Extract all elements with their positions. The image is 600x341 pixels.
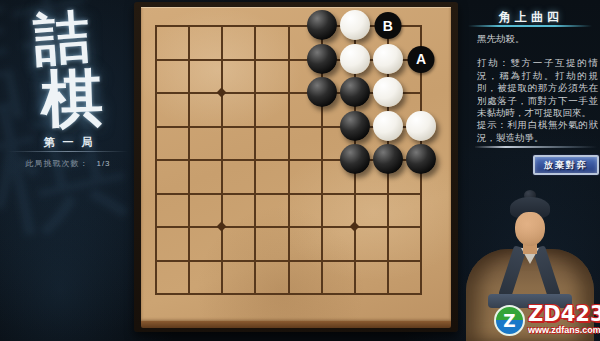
left-divider [8,151,128,152]
star-point [217,222,227,232]
attempts-counter: 此局挑戰次數：1/3 [0,158,136,169]
logo-char-2: 棋 [3,66,141,133]
white-stone [373,111,403,141]
white-stone [406,111,436,141]
black-stone [373,144,403,174]
portrait-face [515,212,545,246]
puzzle-title: 角上曲四 [458,9,600,26]
white-stone [340,10,370,40]
title-underline [468,25,592,27]
black-stone [340,77,370,107]
white-stone [373,77,403,107]
game-logo: 詰 棋 [0,6,136,130]
grid-line-horizontal [155,193,422,195]
go-puzzle-screen: 詰棋 詰 棋 第一局 此局挑戰次數：1/3 BA 角上曲四 黑先劫殺。 打劫：雙… [0,0,600,341]
grid-line-horizontal [155,226,422,228]
round-label: 第一局 [0,135,136,150]
watermark: Z ZD423 www.zdfans.com [494,302,600,340]
watermark-url: www.zdfans.com [528,325,600,335]
panel-divider [475,146,597,148]
right-panel: 角上曲四 黑先劫殺。 打劫：雙方一子互提的情況，稱為打劫。打劫的規則，被提取的那… [458,0,600,341]
puzzle-description: 黑先劫殺。 打劫：雙方一子互提的情況，稱為打劫。打劫的規則，被提取的那方必須先在… [477,33,598,144]
grid-line-vertical [288,25,290,295]
watermark-title: ZD423 [528,302,600,326]
star-point [217,88,227,98]
black-stone [406,144,436,174]
black-stone [307,10,337,40]
ko-rule-text: 打劫：雙方一子互提的情況，稱為打劫。打劫的規則，被提取的那方必須先在別處落子，而… [477,57,598,119]
black-stone [340,144,370,174]
go-board[interactable]: BA [134,2,458,332]
white-stone [340,44,370,74]
npc-portrait: Z ZD423 www.zdfans.com [458,186,600,341]
puzzle-objective: 黑先劫殺。 [477,33,598,45]
go-grid[interactable]: BA [156,26,421,294]
left-panel: 詰棋 詰 棋 第一局 此局挑戰次數：1/3 [0,0,136,341]
black-stone [307,44,337,74]
grid-line-horizontal [155,260,422,262]
black-stone [340,111,370,141]
hint-text: 提示：利用白棋無外氣的狀況，製造劫爭。 [477,119,598,144]
black-stone [307,77,337,107]
attempts-value: 1/3 [96,159,110,168]
watermark-logo-icon: Z [494,305,525,336]
star-point [349,222,359,232]
move-marker-a[interactable]: A [408,46,435,73]
board-bevel [141,321,451,328]
attempts-label: 此局挑戰次數： [25,159,88,168]
move-marker-b[interactable]: B [374,12,401,39]
grid-line-horizontal [155,293,422,295]
give-up-button[interactable]: 放棄對弈 [533,155,599,175]
white-stone [373,44,403,74]
